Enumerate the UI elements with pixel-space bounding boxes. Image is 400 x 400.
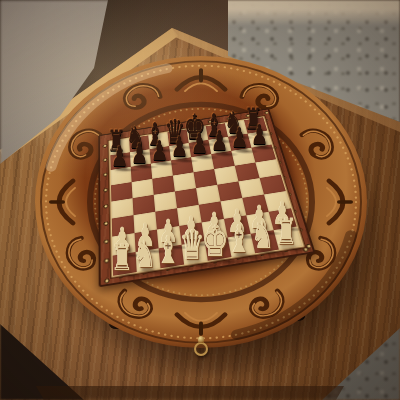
piece-black-pawn-h7[interactable]: ♟ — [246, 121, 274, 149]
black-pawn-glyph: ♟ — [251, 121, 268, 149]
brass-drawer-emblem[interactable] — [194, 342, 208, 356]
white-rook-glyph: ♜ — [275, 214, 298, 250]
piece-white-rook-h1[interactable]: ♜ — [268, 214, 304, 250]
